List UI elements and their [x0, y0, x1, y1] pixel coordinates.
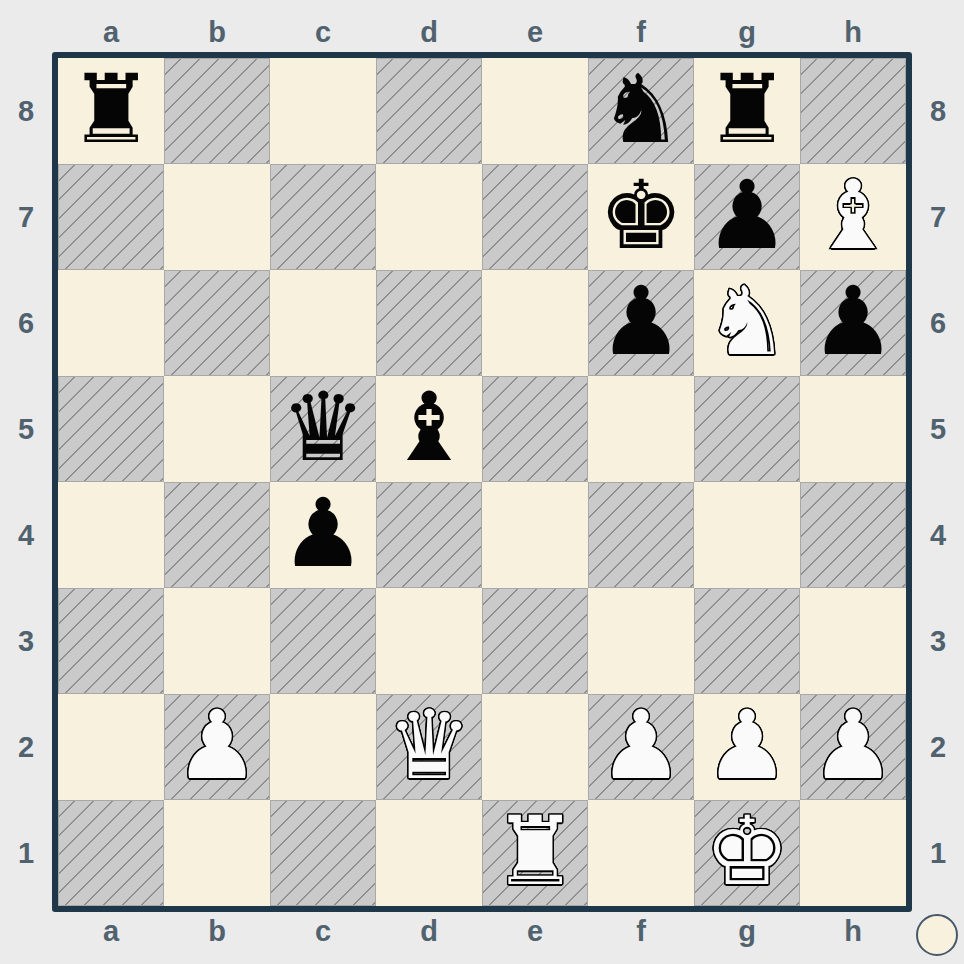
file-label-e: e [482, 16, 588, 52]
file-label-a: a [58, 912, 164, 948]
square-c7[interactable] [270, 164, 376, 270]
rank-label-8: 8 [912, 58, 964, 164]
square-a5[interactable] [58, 376, 164, 482]
square-a6[interactable] [58, 270, 164, 376]
rank-labels-right: 87654321 [912, 58, 964, 906]
rank-label-5: 5 [912, 376, 964, 482]
file-label-c: c [270, 912, 376, 948]
piece-white-pawn: ♟ [164, 694, 270, 800]
square-h2[interactable]: ♟ [800, 694, 906, 800]
square-g2[interactable]: ♟ [694, 694, 800, 800]
square-d7[interactable] [376, 164, 482, 270]
piece-white-king: ♚ [694, 800, 800, 906]
square-c8[interactable] [270, 58, 376, 164]
piece-black-bishop: ♝ [376, 376, 482, 482]
piece-white-bishop: ♝ [800, 164, 906, 270]
square-f1[interactable] [588, 800, 694, 906]
rank-label-3: 3 [912, 588, 964, 694]
square-h7[interactable]: ♝ [800, 164, 906, 270]
piece-black-pawn: ♟ [588, 270, 694, 376]
square-b2[interactable]: ♟ [164, 694, 270, 800]
piece-white-knight: ♞ [694, 270, 800, 376]
square-d8[interactable] [376, 58, 482, 164]
square-g4[interactable] [694, 482, 800, 588]
rank-label-7: 7 [0, 164, 52, 270]
square-b6[interactable] [164, 270, 270, 376]
file-label-d: d [376, 16, 482, 52]
rank-label-6: 6 [0, 270, 52, 376]
white-to-move-indicator [916, 914, 958, 956]
file-label-b: b [164, 16, 270, 52]
square-g8[interactable]: ♜ [694, 58, 800, 164]
square-d2[interactable]: ♛ [376, 694, 482, 800]
rank-label-4: 4 [0, 482, 52, 588]
square-h6[interactable]: ♟ [800, 270, 906, 376]
square-a2[interactable] [58, 694, 164, 800]
file-label-g: g [694, 912, 800, 948]
file-label-h: h [800, 912, 906, 948]
square-g1[interactable]: ♚ [694, 800, 800, 906]
square-e3[interactable] [482, 588, 588, 694]
square-e1[interactable]: ♜ [482, 800, 588, 906]
square-h1[interactable] [800, 800, 906, 906]
square-d3[interactable] [376, 588, 482, 694]
square-a4[interactable] [58, 482, 164, 588]
square-b8[interactable] [164, 58, 270, 164]
square-d6[interactable] [376, 270, 482, 376]
rank-label-7: 7 [912, 164, 964, 270]
file-label-c: c [270, 16, 376, 52]
square-b5[interactable] [164, 376, 270, 482]
square-g7[interactable]: ♟ [694, 164, 800, 270]
square-a3[interactable] [58, 588, 164, 694]
piece-black-rook: ♜ [58, 58, 164, 164]
file-labels-top: abcdefgh [58, 0, 906, 52]
square-e4[interactable] [482, 482, 588, 588]
square-e7[interactable] [482, 164, 588, 270]
piece-black-rook: ♜ [694, 58, 800, 164]
square-d1[interactable] [376, 800, 482, 906]
rank-label-3: 3 [0, 588, 52, 694]
piece-black-king: ♚ [588, 164, 694, 270]
file-label-e: e [482, 912, 588, 948]
square-c2[interactable] [270, 694, 376, 800]
square-b3[interactable] [164, 588, 270, 694]
square-g5[interactable] [694, 376, 800, 482]
square-f3[interactable] [588, 588, 694, 694]
piece-white-queen: ♛ [376, 694, 482, 800]
chess-diagram-stage: abcdefgh abcdefgh 87654321 87654321 ♜♞♜♚… [0, 0, 964, 964]
square-c6[interactable] [270, 270, 376, 376]
rank-label-1: 1 [0, 800, 52, 906]
square-e2[interactable] [482, 694, 588, 800]
square-g3[interactable] [694, 588, 800, 694]
file-label-f: f [588, 16, 694, 52]
piece-white-pawn: ♟ [694, 694, 800, 800]
rank-label-1: 1 [912, 800, 964, 906]
square-h4[interactable] [800, 482, 906, 588]
square-f7[interactable]: ♚ [588, 164, 694, 270]
file-label-d: d [376, 912, 482, 948]
rank-label-4: 4 [912, 482, 964, 588]
file-label-h: h [800, 16, 906, 52]
square-e6[interactable] [482, 270, 588, 376]
piece-black-queen: ♛ [270, 376, 376, 482]
file-label-a: a [58, 16, 164, 52]
piece-white-pawn: ♟ [588, 694, 694, 800]
rank-labels-left: 87654321 [0, 58, 52, 906]
square-c5[interactable]: ♛ [270, 376, 376, 482]
square-e8[interactable] [482, 58, 588, 164]
rank-label-2: 2 [912, 694, 964, 800]
square-f2[interactable]: ♟ [588, 694, 694, 800]
square-c4[interactable]: ♟ [270, 482, 376, 588]
piece-white-rook: ♜ [482, 800, 588, 906]
square-b4[interactable] [164, 482, 270, 588]
piece-black-pawn: ♟ [800, 270, 906, 376]
rank-label-6: 6 [912, 270, 964, 376]
rank-label-8: 8 [0, 58, 52, 164]
square-h5[interactable] [800, 376, 906, 482]
square-a7[interactable] [58, 164, 164, 270]
square-b7[interactable] [164, 164, 270, 270]
file-label-g: g [694, 16, 800, 52]
piece-white-pawn: ♟ [800, 694, 906, 800]
file-labels-bottom: abcdefgh [58, 912, 906, 964]
piece-black-pawn: ♟ [694, 164, 800, 270]
square-a8[interactable]: ♜ [58, 58, 164, 164]
square-f8[interactable]: ♞ [588, 58, 694, 164]
square-e5[interactable] [482, 376, 588, 482]
square-f5[interactable] [588, 376, 694, 482]
chess-board: ♜♞♜♚♟♝♟♞♟♛♝♟♟♛♟♟♟♜♚ [52, 52, 912, 912]
file-label-f: f [588, 912, 694, 948]
square-d5[interactable]: ♝ [376, 376, 482, 482]
square-c1[interactable] [270, 800, 376, 906]
square-b1[interactable] [164, 800, 270, 906]
piece-black-pawn: ♟ [270, 482, 376, 588]
rank-label-5: 5 [0, 376, 52, 482]
rank-label-2: 2 [0, 694, 52, 800]
square-a1[interactable] [58, 800, 164, 906]
square-h3[interactable] [800, 588, 906, 694]
square-f6[interactable]: ♟ [588, 270, 694, 376]
square-c3[interactable] [270, 588, 376, 694]
file-label-b: b [164, 912, 270, 948]
square-f4[interactable] [588, 482, 694, 588]
square-d4[interactable] [376, 482, 482, 588]
square-g6[interactable]: ♞ [694, 270, 800, 376]
piece-black-knight: ♞ [588, 58, 694, 164]
square-h8[interactable] [800, 58, 906, 164]
